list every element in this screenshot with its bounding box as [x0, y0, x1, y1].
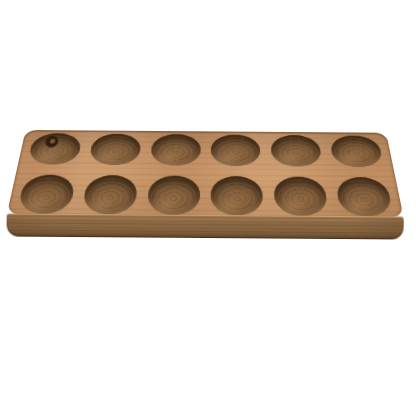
pit-r2-c4[interactable] — [211, 176, 264, 215]
pit-r1-c4[interactable] — [211, 135, 261, 167]
board-top-surface — [7, 130, 404, 218]
pit-r1-c2[interactable] — [89, 134, 142, 166]
photo-background — [0, 0, 416, 416]
pit-r2-c6[interactable] — [335, 177, 393, 217]
pit-r2-c2[interactable] — [82, 175, 138, 214]
pit-r2-c1[interactable] — [17, 174, 76, 213]
pit-r2-c5[interactable] — [273, 176, 329, 215]
board-front-edge — [7, 213, 404, 239]
pit-r1-c6[interactable] — [329, 135, 383, 167]
pit-r2-c3[interactable] — [146, 175, 199, 214]
pit-r1-c3[interactable] — [150, 134, 201, 166]
pit-grid — [7, 130, 404, 218]
mancala-board — [7, 116, 405, 241]
pit-r1-c5[interactable] — [270, 135, 322, 167]
